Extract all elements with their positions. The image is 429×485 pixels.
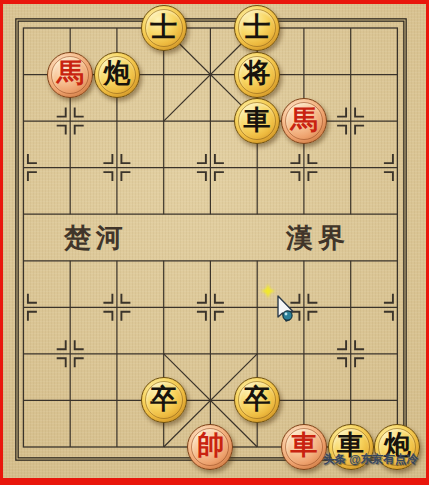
piece-red-chariot[interactable]: 車: [281, 424, 327, 470]
piece-layer: 士士馬炮将車馬卒卒帥車車炮: [3, 4, 426, 478]
photo-red-frame: 楚河 漢界 士士馬炮将車馬卒卒帥車車炮 头条 @东京有点冷: [0, 0, 429, 485]
piece-label: 馬: [290, 107, 317, 134]
piece-label: 卒: [150, 386, 177, 413]
piece-label: 帥: [197, 432, 224, 459]
mouse-cursor: [255, 278, 307, 330]
piece-red-horse-2[interactable]: 馬: [281, 98, 327, 144]
piece-black-soldier[interactable]: 卒: [141, 377, 187, 423]
piece-label: 炮: [103, 60, 130, 87]
board-background: 楚河 漢界 士士馬炮将車馬卒卒帥車車炮 头条 @东京有点冷: [3, 4, 426, 478]
piece-label: 馬: [57, 60, 84, 87]
watermark: 头条 @东京有点冷: [323, 452, 423, 467]
piece-label: 車: [244, 107, 271, 134]
piece-label: 士: [244, 14, 271, 41]
piece-black-soldier-2[interactable]: 卒: [234, 377, 280, 423]
piece-red-general[interactable]: 帥: [187, 424, 233, 470]
piece-label: 卒: [244, 386, 271, 413]
cursor-dot-highlight: [285, 313, 288, 316]
piece-red-horse[interactable]: 馬: [47, 52, 93, 98]
piece-black-cannon[interactable]: 炮: [94, 52, 140, 98]
piece-label: 車: [290, 432, 317, 459]
piece-black-general[interactable]: 将: [234, 52, 280, 98]
piece-black-chariot[interactable]: 車: [234, 98, 280, 144]
piece-black-advisor-2[interactable]: 士: [234, 5, 280, 51]
cursor-dot-icon: [283, 311, 292, 320]
piece-black-advisor[interactable]: 士: [141, 5, 187, 51]
sparkle-icon: [261, 284, 275, 298]
piece-label: 士: [150, 14, 177, 41]
piece-label: 将: [244, 60, 271, 87]
